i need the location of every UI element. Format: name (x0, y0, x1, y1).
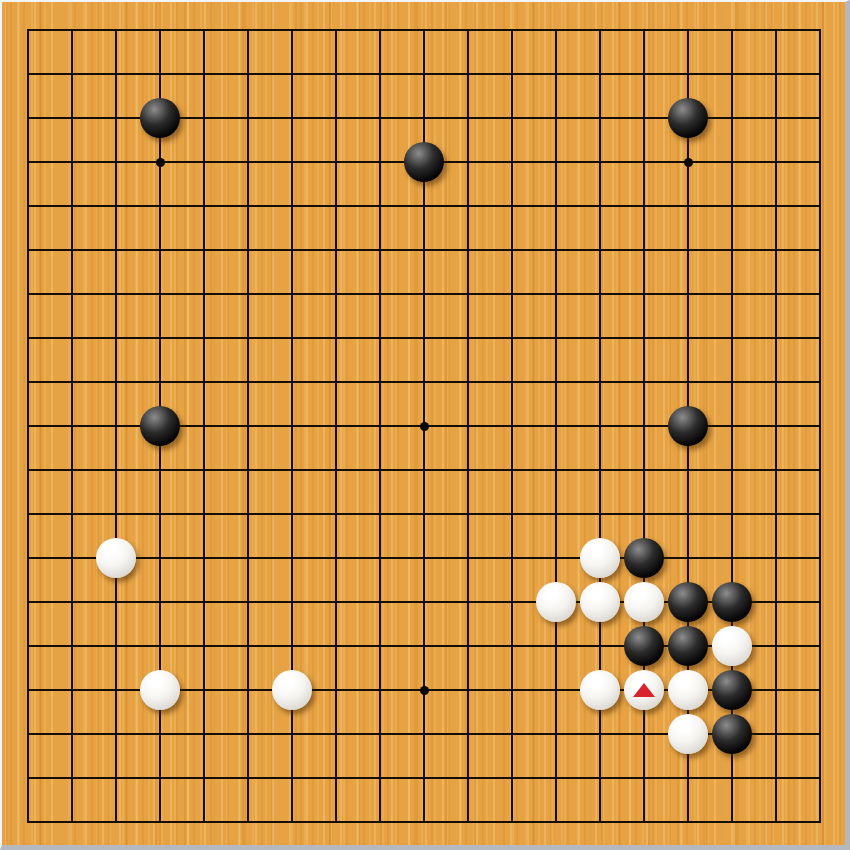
stone-black-R4[interactable] (712, 670, 752, 710)
stone-black-K16[interactable] (404, 142, 444, 182)
hoshi-dot (420, 422, 429, 431)
stone-white-N6[interactable] (536, 582, 576, 622)
stone-black-D10[interactable] (140, 406, 180, 446)
stone-white-D4[interactable] (140, 670, 180, 710)
board-cells (6, 8, 842, 844)
stone-white-O4[interactable] (580, 670, 620, 710)
stone-black-R3[interactable] (712, 714, 752, 754)
stone-white-P4[interactable] (624, 670, 664, 710)
stone-white-Q4[interactable] (668, 670, 708, 710)
stone-black-Q17[interactable] (668, 98, 708, 138)
hoshi-dot (420, 686, 429, 695)
stone-black-Q10[interactable] (668, 406, 708, 446)
stone-white-O7[interactable] (580, 538, 620, 578)
last-move-triangle-marker-icon (633, 683, 655, 697)
go-board-window (0, 0, 850, 850)
stone-black-D17[interactable] (140, 98, 180, 138)
hoshi-dot (156, 158, 165, 167)
stone-white-C7[interactable] (96, 538, 136, 578)
stone-white-R5[interactable] (712, 626, 752, 666)
stone-black-P5[interactable] (624, 626, 664, 666)
stone-black-P7[interactable] (624, 538, 664, 578)
stone-black-Q6[interactable] (668, 582, 708, 622)
stone-white-P6[interactable] (624, 582, 664, 622)
stone-black-Q5[interactable] (668, 626, 708, 666)
stone-white-G4[interactable] (272, 670, 312, 710)
stone-white-O6[interactable] (580, 582, 620, 622)
stone-white-Q3[interactable] (668, 714, 708, 754)
hoshi-dot (684, 158, 693, 167)
stone-black-R6[interactable] (712, 582, 752, 622)
